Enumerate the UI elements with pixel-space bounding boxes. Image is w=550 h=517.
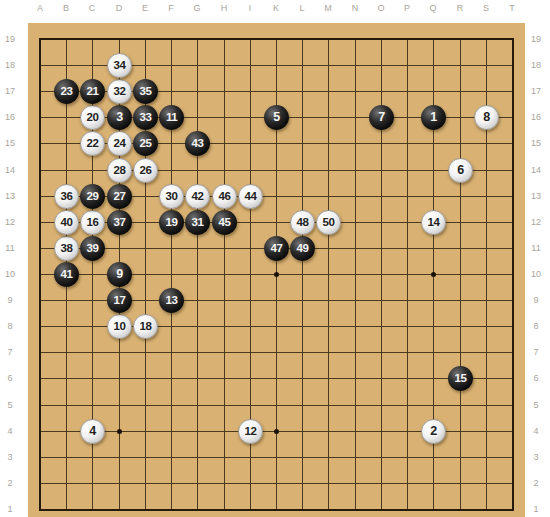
column-label: T bbox=[503, 2, 521, 14]
move-number: 13 bbox=[166, 295, 178, 307]
black-stone: 43 bbox=[185, 131, 210, 156]
white-stone: 18 bbox=[133, 314, 158, 339]
column-label: O bbox=[372, 2, 390, 14]
column-label: M bbox=[319, 2, 337, 14]
white-stone: 6 bbox=[448, 158, 473, 183]
white-stone: 46 bbox=[212, 184, 237, 209]
move-number: 21 bbox=[87, 86, 99, 98]
column-label: L bbox=[293, 2, 311, 14]
move-number: 34 bbox=[114, 60, 126, 72]
row-label-left: 10 bbox=[0, 268, 20, 280]
column-label: B bbox=[57, 2, 75, 14]
row-label-right: 2 bbox=[527, 477, 545, 489]
move-number: 18 bbox=[140, 321, 152, 333]
column-label: E bbox=[136, 2, 154, 14]
black-stone: 5 bbox=[264, 105, 289, 130]
row-label-right: 19 bbox=[527, 33, 545, 45]
black-stone: 17 bbox=[107, 288, 132, 313]
row-label-left: 2 bbox=[0, 477, 20, 489]
row-label-right: 17 bbox=[527, 85, 545, 97]
white-stone: 4 bbox=[80, 419, 105, 444]
row-label-right: 16 bbox=[527, 111, 545, 123]
row-label-left: 1 bbox=[0, 503, 20, 515]
black-stone: 39 bbox=[80, 236, 105, 261]
black-stone: 7 bbox=[369, 105, 394, 130]
column-label: C bbox=[83, 2, 101, 14]
move-number: 26 bbox=[140, 165, 152, 177]
white-stone: 48 bbox=[290, 210, 315, 235]
move-number: 48 bbox=[297, 217, 309, 229]
white-stone: 32 bbox=[107, 79, 132, 104]
move-number: 9 bbox=[116, 268, 122, 281]
row-label-left: 5 bbox=[0, 399, 20, 411]
move-number: 17 bbox=[114, 295, 126, 307]
black-stone: 13 bbox=[159, 288, 184, 313]
row-label-right: 12 bbox=[527, 216, 545, 228]
column-label: S bbox=[477, 2, 495, 14]
row-label-right: 14 bbox=[527, 164, 545, 176]
row-label-left: 12 bbox=[0, 216, 20, 228]
black-stone: 33 bbox=[133, 105, 158, 130]
row-label-right: 10 bbox=[527, 268, 545, 280]
white-stone: 14 bbox=[421, 210, 446, 235]
row-label-right: 11 bbox=[527, 242, 545, 254]
move-number: 16 bbox=[87, 217, 99, 229]
row-label-left: 15 bbox=[0, 137, 20, 149]
row-label-right: 3 bbox=[527, 451, 545, 463]
white-stone: 50 bbox=[316, 210, 341, 235]
move-number: 33 bbox=[140, 112, 152, 124]
star-point bbox=[117, 429, 122, 434]
row-label-right: 6 bbox=[527, 372, 545, 384]
move-number: 22 bbox=[87, 138, 99, 150]
move-number: 20 bbox=[87, 112, 99, 124]
black-stone: 3 bbox=[107, 105, 132, 130]
white-stone: 10 bbox=[107, 314, 132, 339]
column-label: Q bbox=[424, 2, 442, 14]
row-label-left: 19 bbox=[0, 33, 20, 45]
white-stone: 26 bbox=[133, 158, 158, 183]
column-label: I bbox=[241, 2, 259, 14]
row-label-right: 9 bbox=[527, 294, 545, 306]
black-stone: 41 bbox=[54, 262, 79, 287]
move-number: 3 bbox=[116, 111, 122, 124]
go-game-diagram: ABCDEFGHIKLMNOPQRST191918181717161615151… bbox=[0, 0, 550, 517]
white-stone: 44 bbox=[238, 184, 263, 209]
row-label-left: 13 bbox=[0, 190, 20, 202]
row-label-right: 18 bbox=[527, 59, 545, 71]
move-number: 23 bbox=[61, 86, 73, 98]
white-stone: 40 bbox=[54, 210, 79, 235]
white-stone: 36 bbox=[54, 184, 79, 209]
move-number: 41 bbox=[61, 269, 73, 281]
move-number: 50 bbox=[323, 217, 335, 229]
move-number: 14 bbox=[428, 217, 440, 229]
row-label-left: 3 bbox=[0, 451, 20, 463]
move-number: 19 bbox=[166, 217, 178, 229]
column-label: P bbox=[398, 2, 416, 14]
move-number: 49 bbox=[297, 243, 309, 255]
column-label: G bbox=[188, 2, 206, 14]
move-number: 40 bbox=[61, 217, 73, 229]
white-stone: 22 bbox=[80, 131, 105, 156]
move-number: 45 bbox=[219, 217, 231, 229]
row-label-right: 15 bbox=[527, 137, 545, 149]
move-number: 35 bbox=[140, 86, 152, 98]
white-stone: 42 bbox=[185, 184, 210, 209]
column-label: D bbox=[110, 2, 128, 14]
black-stone: 29 bbox=[80, 184, 105, 209]
move-number: 29 bbox=[87, 191, 99, 203]
black-stone: 23 bbox=[54, 79, 79, 104]
move-number: 11 bbox=[166, 112, 177, 124]
row-label-left: 18 bbox=[0, 59, 20, 71]
column-label: N bbox=[346, 2, 364, 14]
black-stone: 25 bbox=[133, 131, 158, 156]
move-number: 44 bbox=[245, 191, 257, 203]
move-number: 46 bbox=[219, 191, 231, 203]
row-label-right: 5 bbox=[527, 399, 545, 411]
black-stone: 11 bbox=[159, 105, 184, 130]
move-number: 38 bbox=[61, 243, 73, 255]
black-stone: 47 bbox=[264, 236, 289, 261]
white-stone: 8 bbox=[474, 105, 499, 130]
black-stone: 9 bbox=[107, 262, 132, 287]
row-label-left: 11 bbox=[0, 242, 20, 254]
move-number: 32 bbox=[114, 86, 126, 98]
white-stone: 38 bbox=[54, 236, 79, 261]
white-stone: 12 bbox=[238, 419, 263, 444]
star-point bbox=[274, 429, 279, 434]
black-stone: 1 bbox=[421, 105, 446, 130]
move-number: 2 bbox=[430, 425, 436, 438]
white-stone: 34 bbox=[107, 53, 132, 78]
white-stone: 24 bbox=[107, 131, 132, 156]
row-label-left: 16 bbox=[0, 111, 20, 123]
row-label-right: 4 bbox=[527, 425, 545, 437]
black-stone: 15 bbox=[448, 366, 473, 391]
move-number: 30 bbox=[166, 191, 178, 203]
move-number: 1 bbox=[430, 111, 436, 124]
white-stone: 16 bbox=[80, 210, 105, 235]
move-number: 43 bbox=[192, 138, 204, 150]
black-stone: 35 bbox=[133, 79, 158, 104]
white-stone: 30 bbox=[159, 184, 184, 209]
black-stone: 37 bbox=[107, 210, 132, 235]
white-stone: 28 bbox=[107, 158, 132, 183]
move-number: 8 bbox=[483, 111, 489, 124]
row-label-left: 8 bbox=[0, 320, 20, 332]
row-label-left: 6 bbox=[0, 372, 20, 384]
black-stone: 21 bbox=[80, 79, 105, 104]
move-number: 4 bbox=[89, 425, 95, 438]
column-label: R bbox=[451, 2, 469, 14]
star-point bbox=[431, 272, 436, 277]
move-number: 15 bbox=[455, 373, 467, 385]
move-number: 31 bbox=[192, 217, 204, 229]
column-label: F bbox=[162, 2, 180, 14]
black-stone: 27 bbox=[107, 184, 132, 209]
row-label-left: 14 bbox=[0, 164, 20, 176]
column-label: K bbox=[267, 2, 285, 14]
move-number: 24 bbox=[114, 138, 126, 150]
row-label-right: 1 bbox=[527, 503, 545, 515]
row-label-left: 7 bbox=[0, 346, 20, 358]
move-number: 10 bbox=[114, 321, 126, 333]
move-number: 5 bbox=[273, 111, 279, 124]
row-label-left: 9 bbox=[0, 294, 20, 306]
row-label-right: 8 bbox=[527, 320, 545, 332]
move-number: 39 bbox=[87, 243, 99, 255]
black-stone: 31 bbox=[185, 210, 210, 235]
row-label-right: 13 bbox=[527, 190, 545, 202]
move-number: 28 bbox=[114, 165, 126, 177]
column-label: A bbox=[31, 2, 49, 14]
white-stone: 2 bbox=[421, 419, 446, 444]
move-number: 25 bbox=[140, 138, 152, 150]
row-label-right: 7 bbox=[527, 346, 545, 358]
white-stone: 20 bbox=[80, 105, 105, 130]
move-number: 6 bbox=[457, 164, 463, 177]
row-label-left: 17 bbox=[0, 85, 20, 97]
move-number: 37 bbox=[114, 217, 126, 229]
move-number: 27 bbox=[114, 191, 126, 203]
black-stone: 45 bbox=[212, 210, 237, 235]
black-stone: 19 bbox=[159, 210, 184, 235]
black-stone: 49 bbox=[290, 236, 315, 261]
move-number: 36 bbox=[61, 191, 73, 203]
move-number: 47 bbox=[271, 243, 283, 255]
move-number: 42 bbox=[192, 191, 204, 203]
column-label: H bbox=[215, 2, 233, 14]
star-point bbox=[274, 272, 279, 277]
row-label-left: 4 bbox=[0, 425, 20, 437]
move-number: 7 bbox=[378, 111, 384, 124]
move-number: 12 bbox=[245, 426, 257, 438]
